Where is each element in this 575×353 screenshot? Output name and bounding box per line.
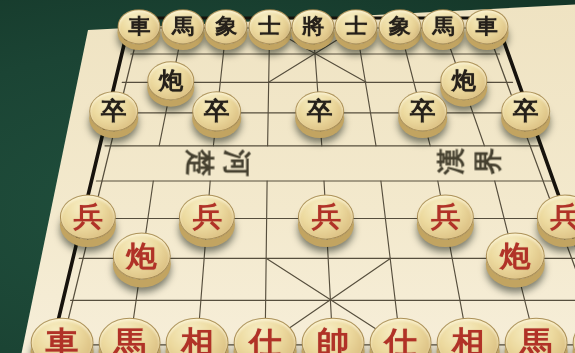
piece-red-horse[interactable]: 馬 (98, 317, 161, 353)
piece-black-soldier[interactable]: 卒 (398, 91, 448, 131)
river-character: 楚 (185, 150, 213, 177)
piece-black-elephant[interactable]: 象 (378, 9, 421, 44)
piece-black-advisor[interactable]: 士 (248, 9, 291, 44)
piece-black-soldier[interactable]: 卒 (192, 91, 242, 131)
piece-red-advisor[interactable]: 仕 (234, 317, 297, 353)
piece-character: 卒 (410, 99, 436, 123)
piece-red-cannon[interactable]: 炮 (486, 233, 544, 280)
piece-black-soldier[interactable]: 卒 (501, 91, 551, 131)
piece-black-horse[interactable]: 馬 (422, 9, 465, 44)
piece-character: 士 (259, 16, 281, 37)
river-character: 漢 (437, 148, 465, 175)
piece-character: 帥 (316, 327, 349, 353)
piece-black-elephant[interactable]: 象 (205, 9, 248, 44)
piece-character: 相 (452, 327, 485, 353)
piece-red-soldier[interactable]: 兵 (179, 194, 235, 239)
piece-character: 象 (215, 16, 237, 37)
piece-black-soldier[interactable]: 卒 (295, 91, 345, 131)
piece-character: 相 (181, 327, 214, 353)
piece-character: 馬 (113, 327, 146, 353)
piece-character: 馬 (519, 327, 552, 353)
piece-black-chariot[interactable]: 車 (118, 9, 161, 44)
piece-character: 將 (302, 16, 324, 37)
piece-black-soldier[interactable]: 卒 (89, 91, 139, 131)
piece-red-soldier[interactable]: 兵 (298, 194, 354, 239)
piece-black-advisor[interactable]: 士 (335, 9, 378, 44)
piece-red-soldier[interactable]: 兵 (60, 194, 116, 239)
piece-red-elephant[interactable]: 相 (166, 317, 229, 353)
piece-character: 兵 (550, 203, 575, 231)
piece-character: 車 (476, 16, 498, 37)
piece-black-chariot[interactable]: 車 (465, 9, 508, 44)
piece-red-elephant[interactable]: 相 (437, 317, 500, 353)
piece-character: 卒 (101, 99, 127, 123)
piece-character: 炮 (159, 69, 184, 92)
piece-black-cannon[interactable]: 炮 (147, 62, 194, 100)
piece-character: 士 (345, 16, 367, 37)
pieces-layer: 楚河 漢界 車馬象士將士象馬車炮炮卒卒卒卒卒兵兵兵兵兵炮炮車馬相仕帥仕相馬車 (0, 0, 575, 353)
river-label-han-jie: 漢界 (433, 148, 507, 175)
piece-character: 象 (389, 16, 411, 37)
piece-red-soldier[interactable]: 兵 (417, 194, 473, 239)
piece-character: 卒 (513, 99, 539, 123)
piece-character: 兵 (73, 203, 102, 231)
piece-character: 馬 (172, 16, 194, 37)
piece-character: 炮 (452, 69, 477, 92)
piece-character: 兵 (431, 203, 460, 231)
piece-character: 仕 (384, 327, 417, 353)
piece-character: 炮 (126, 242, 156, 271)
piece-character: 兵 (192, 203, 221, 231)
piece-character: 仕 (249, 327, 282, 353)
piece-red-general[interactable]: 帥 (301, 317, 364, 353)
piece-character: 卒 (204, 99, 230, 123)
river-label-chu-he: 楚河 (181, 150, 255, 177)
piece-character: 馬 (432, 16, 454, 37)
river-character: 河 (222, 150, 250, 177)
piece-red-horse[interactable]: 馬 (504, 317, 567, 353)
table-surface: 楚河 漢界 車馬象士將士象馬車炮炮卒卒卒卒卒兵兵兵兵兵炮炮車馬相仕帥仕相馬車 (0, 0, 575, 353)
piece-character: 車 (128, 16, 150, 37)
piece-black-general[interactable]: 將 (292, 9, 335, 44)
piece-character: 車 (46, 327, 79, 353)
piece-red-advisor[interactable]: 仕 (369, 317, 432, 353)
piece-black-horse[interactable]: 馬 (161, 9, 204, 44)
piece-character: 兵 (312, 203, 341, 231)
piece-red-chariot[interactable]: 車 (31, 317, 94, 353)
piece-character: 卒 (307, 99, 333, 123)
piece-character: 炮 (500, 242, 530, 271)
piece-red-cannon[interactable]: 炮 (112, 233, 170, 280)
river-character: 界 (474, 148, 502, 175)
